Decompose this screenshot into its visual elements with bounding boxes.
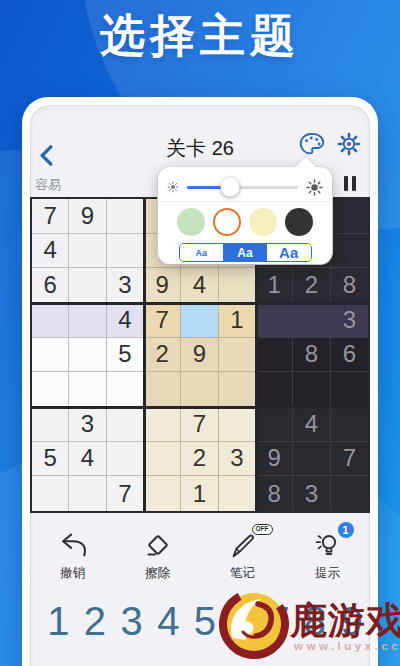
cell-r7c2[interactable]: 3 [69, 407, 106, 442]
hint-button[interactable]: 1 提示 [285, 529, 370, 582]
cell-r9c3[interactable]: 7 [107, 476, 144, 511]
cell-r7c9[interactable] [331, 407, 368, 442]
number-pad: 123456789 [40, 595, 370, 647]
cell-r6c3[interactable] [107, 372, 144, 407]
cell-r2c2[interactable] [69, 234, 106, 269]
cell-r3c8[interactable]: 2 [293, 268, 330, 303]
cell-r5c8[interactable]: 8 [293, 338, 330, 373]
cell-r8c2[interactable]: 4 [69, 442, 106, 477]
cell-r3c5[interactable]: 4 [181, 268, 218, 303]
cell-r9c8[interactable]: 3 [293, 476, 330, 511]
numpad-9[interactable]: 9 [333, 595, 370, 647]
brightness-low-icon [167, 181, 179, 193]
cell-r4c4[interactable]: 7 [144, 303, 181, 338]
undo-icon [56, 529, 90, 561]
cell-r9c1[interactable] [32, 476, 69, 511]
cell-r1c3[interactable] [107, 199, 144, 234]
block-divider [143, 199, 146, 511]
numpad-5[interactable]: 5 [187, 595, 224, 647]
theme-color-option-3[interactable] [249, 208, 277, 236]
eraser-icon [141, 529, 175, 561]
cell-r9c6[interactable] [219, 476, 256, 511]
cell-r4c1[interactable] [32, 303, 69, 338]
numpad-4[interactable]: 4 [150, 595, 187, 647]
cell-r3c6[interactable] [219, 268, 256, 303]
toolbar: 撤销 擦除 [30, 529, 370, 582]
cell-r5c6[interactable] [219, 338, 256, 373]
cell-r2c3[interactable] [107, 234, 144, 269]
popup-divider [158, 201, 332, 202]
cell-r3c9[interactable]: 8 [331, 268, 368, 303]
phone-mockup: 关卡 26 容易 7 [22, 97, 378, 666]
cell-r2c1[interactable]: 4 [32, 234, 69, 269]
cell-r4c9[interactable]: 3 [331, 303, 368, 338]
cell-r4c3[interactable]: 4 [107, 303, 144, 338]
theme-color-option-4[interactable] [285, 208, 313, 236]
font-size-large[interactable]: Aa [267, 244, 311, 261]
undo-button[interactable]: 撤销 [30, 529, 115, 582]
cell-r9c4[interactable] [144, 476, 181, 511]
difficulty-label: 容易 [35, 176, 61, 194]
cell-r9c5[interactable]: 1 [181, 476, 218, 511]
hint-count-badge: 1 [338, 522, 354, 538]
font-size-small[interactable]: Aa [180, 244, 224, 261]
erase-button[interactable]: 擦除 [115, 529, 200, 582]
cell-r7c4[interactable] [144, 407, 181, 442]
cell-r8c3[interactable] [107, 442, 144, 477]
cell-r2c9[interactable] [331, 234, 368, 269]
cell-r7c5[interactable]: 7 [181, 407, 218, 442]
cell-r5c7[interactable] [256, 338, 293, 373]
cell-r7c8[interactable]: 4 [293, 407, 330, 442]
app-screen: 关卡 26 容易 7 [30, 105, 370, 666]
undo-label: 撤销 [60, 565, 85, 582]
cell-r3c1[interactable]: 6 [32, 268, 69, 303]
screenshot-root: 选择主题 关卡 26 [0, 0, 400, 666]
cell-r5c5[interactable]: 9 [181, 338, 218, 373]
cell-r8c5[interactable]: 2 [181, 442, 218, 477]
erase-label: 擦除 [145, 565, 170, 582]
cell-r6c2[interactable] [69, 372, 106, 407]
cell-r8c7[interactable]: 9 [256, 442, 293, 477]
notes-button[interactable]: OFF 笔记 [200, 529, 285, 582]
theme-color-options [158, 208, 332, 236]
cell-r3c7[interactable]: 1 [256, 268, 293, 303]
settings-gear-icon[interactable] [335, 130, 363, 158]
theme-popup: Aa Aa Aa [158, 167, 332, 264]
brightness-high-icon [306, 179, 323, 196]
font-size-control: Aa Aa Aa [179, 243, 312, 262]
page-title: 选择主题 [0, 6, 400, 66]
cell-r5c3[interactable]: 5 [107, 338, 144, 373]
cell-r6c8[interactable] [293, 372, 330, 407]
cell-r3c2[interactable] [69, 268, 106, 303]
cell-r8c8[interactable] [293, 442, 330, 477]
cell-r3c3[interactable]: 3 [107, 268, 144, 303]
cell-r5c9[interactable]: 6 [331, 338, 368, 373]
cell-r9c7[interactable]: 8 [256, 476, 293, 511]
numpad-3[interactable]: 3 [113, 595, 150, 647]
numpad-6[interactable]: 6 [223, 595, 260, 647]
cell-r6c4[interactable] [144, 372, 181, 407]
brightness-slider[interactable] [187, 186, 298, 189]
cell-r3c4[interactable]: 9 [144, 268, 181, 303]
hint-label: 提示 [315, 565, 340, 582]
cell-r9c2[interactable] [69, 476, 106, 511]
cell-r1c1[interactable]: 7 [32, 199, 69, 234]
theme-color-option-2[interactable] [213, 208, 241, 236]
cell-r8c6[interactable]: 3 [219, 442, 256, 477]
cell-r8c4[interactable] [144, 442, 181, 477]
brightness-knob[interactable] [221, 178, 240, 197]
cell-r8c9[interactable]: 7 [331, 442, 368, 477]
cell-r7c7[interactable] [256, 407, 293, 442]
numpad-8[interactable]: 8 [297, 595, 334, 647]
cell-r7c3[interactable] [107, 407, 144, 442]
cell-r6c5[interactable] [181, 372, 218, 407]
cell-r9c9[interactable] [331, 476, 368, 511]
cell-r4c7[interactable] [256, 303, 293, 338]
pause-button[interactable] [344, 176, 356, 191]
font-size-medium[interactable]: Aa [223, 244, 267, 261]
cell-r7c6[interactable] [219, 407, 256, 442]
cell-r6c7[interactable] [256, 372, 293, 407]
notes-label: 笔记 [230, 565, 255, 582]
cell-r8c1[interactable]: 5 [32, 442, 69, 477]
cell-r6c9[interactable] [331, 372, 368, 407]
notes-off-badge: OFF [252, 524, 273, 535]
cell-r5c2[interactable] [69, 338, 106, 373]
block-divider [32, 406, 368, 409]
cell-r4c8[interactable] [293, 303, 330, 338]
cell-r5c1[interactable] [32, 338, 69, 373]
cell-r4c2[interactable] [69, 303, 106, 338]
numpad-7[interactable]: 7 [260, 595, 297, 647]
cell-r6c1[interactable] [32, 372, 69, 407]
cell-r5c4[interactable]: 2 [144, 338, 181, 373]
theme-color-option-1[interactable] [177, 208, 205, 236]
block-divider [32, 302, 368, 305]
cell-r1c9[interactable] [331, 199, 368, 234]
cell-r6c6[interactable] [219, 372, 256, 407]
palette-icon[interactable] [297, 129, 327, 159]
cell-r1c2[interactable]: 9 [69, 199, 106, 234]
numpad-2[interactable]: 2 [77, 595, 114, 647]
cell-r4c6[interactable]: 1 [219, 303, 256, 338]
cell-r4c5[interactable] [181, 303, 218, 338]
cell-r7c1[interactable] [32, 407, 69, 442]
numpad-1[interactable]: 1 [40, 595, 77, 647]
